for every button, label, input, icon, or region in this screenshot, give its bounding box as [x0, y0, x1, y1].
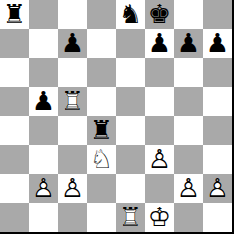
- square-f4[interactable]: [145, 116, 174, 145]
- square-e2[interactable]: [116, 174, 145, 203]
- black-piece-glyph: ♜: [87, 116, 116, 145]
- square-e4[interactable]: [116, 116, 145, 145]
- square-c3[interactable]: [58, 145, 87, 174]
- piece-white-pawn: ♟♙: [58, 174, 87, 203]
- square-b1[interactable]: [29, 203, 58, 232]
- square-e8[interactable]: ♞: [116, 0, 145, 29]
- square-d4[interactable]: ♜: [87, 116, 116, 145]
- piece-black-pawn: ♟: [174, 29, 203, 58]
- square-e7[interactable]: [116, 29, 145, 58]
- square-d8[interactable]: [87, 0, 116, 29]
- square-c5[interactable]: ♜♖: [58, 87, 87, 116]
- piece-black-pawn: ♟: [145, 29, 174, 58]
- square-h4[interactable]: [203, 116, 232, 145]
- square-a7[interactable]: [0, 29, 29, 58]
- square-h6[interactable]: [203, 58, 232, 87]
- square-h3[interactable]: [203, 145, 232, 174]
- square-d5[interactable]: [87, 87, 116, 116]
- square-d6[interactable]: [87, 58, 116, 87]
- square-a3[interactable]: [0, 145, 29, 174]
- black-piece-glyph: ♜: [0, 0, 29, 29]
- piece-black-knight: ♞: [116, 0, 145, 29]
- piece-black-pawn: ♟: [58, 29, 87, 58]
- white-piece-outline: ♙: [29, 174, 58, 203]
- white-piece-outline: ♙: [174, 174, 203, 203]
- square-c4[interactable]: [58, 116, 87, 145]
- white-piece-outline: ♙: [203, 174, 232, 203]
- square-c7[interactable]: ♟: [58, 29, 87, 58]
- square-f7[interactable]: ♟: [145, 29, 174, 58]
- square-f6[interactable]: [145, 58, 174, 87]
- piece-black-pawn: ♟: [203, 29, 232, 58]
- square-c6[interactable]: [58, 58, 87, 87]
- square-h1[interactable]: [203, 203, 232, 232]
- square-g4[interactable]: [174, 116, 203, 145]
- piece-black-king: ♚: [145, 0, 174, 29]
- square-e3[interactable]: [116, 145, 145, 174]
- square-f3[interactable]: ♟♙: [145, 145, 174, 174]
- piece-black-pawn: ♟: [29, 87, 58, 116]
- square-a1[interactable]: [0, 203, 29, 232]
- square-e6[interactable]: [116, 58, 145, 87]
- square-b7[interactable]: [29, 29, 58, 58]
- black-piece-glyph: ♞: [116, 0, 145, 29]
- square-e1[interactable]: ♜♖: [116, 203, 145, 232]
- black-piece-glyph: ♚: [145, 0, 174, 29]
- square-h7[interactable]: ♟: [203, 29, 232, 58]
- square-f8[interactable]: ♚: [145, 0, 174, 29]
- piece-white-pawn: ♟♙: [174, 174, 203, 203]
- square-a8[interactable]: ♜: [0, 0, 29, 29]
- piece-black-rook: ♜: [0, 0, 29, 29]
- square-f2[interactable]: [145, 174, 174, 203]
- square-f5[interactable]: [145, 87, 174, 116]
- white-piece-outline: ♙: [145, 145, 174, 174]
- square-d7[interactable]: [87, 29, 116, 58]
- white-piece-outline: ♖: [116, 203, 145, 232]
- square-c8[interactable]: [58, 0, 87, 29]
- square-g2[interactable]: ♟♙: [174, 174, 203, 203]
- square-h5[interactable]: [203, 87, 232, 116]
- square-d1[interactable]: [87, 203, 116, 232]
- black-piece-glyph: ♟: [145, 29, 174, 58]
- white-piece-outline: ♘: [87, 145, 116, 174]
- square-a5[interactable]: [0, 87, 29, 116]
- black-piece-glyph: ♟: [58, 29, 87, 58]
- square-g7[interactable]: ♟: [174, 29, 203, 58]
- square-f1[interactable]: ♚♔: [145, 203, 174, 232]
- square-h2[interactable]: ♟♙: [203, 174, 232, 203]
- square-b8[interactable]: [29, 0, 58, 29]
- piece-white-king: ♚♔: [145, 203, 174, 232]
- square-b6[interactable]: [29, 58, 58, 87]
- piece-white-pawn: ♟♙: [145, 145, 174, 174]
- square-g3[interactable]: [174, 145, 203, 174]
- piece-white-rook: ♜♖: [116, 203, 145, 232]
- square-g6[interactable]: [174, 58, 203, 87]
- piece-black-rook: ♜: [87, 116, 116, 145]
- square-e5[interactable]: [116, 87, 145, 116]
- square-a4[interactable]: [0, 116, 29, 145]
- square-a2[interactable]: [0, 174, 29, 203]
- square-d3[interactable]: ♞♘: [87, 145, 116, 174]
- square-b4[interactable]: [29, 116, 58, 145]
- piece-white-pawn: ♟♙: [29, 174, 58, 203]
- white-piece-outline: ♖: [58, 87, 87, 116]
- square-b3[interactable]: [29, 145, 58, 174]
- black-piece-glyph: ♟: [203, 29, 232, 58]
- square-g8[interactable]: [174, 0, 203, 29]
- square-b2[interactable]: ♟♙: [29, 174, 58, 203]
- square-d2[interactable]: [87, 174, 116, 203]
- piece-white-rook: ♜♖: [58, 87, 87, 116]
- black-piece-glyph: ♟: [174, 29, 203, 58]
- white-piece-outline: ♙: [58, 174, 87, 203]
- square-h8[interactable]: [203, 0, 232, 29]
- square-g5[interactable]: [174, 87, 203, 116]
- square-a6[interactable]: [0, 58, 29, 87]
- square-c1[interactable]: [58, 203, 87, 232]
- square-g1[interactable]: [174, 203, 203, 232]
- piece-white-pawn: ♟♙: [203, 174, 232, 203]
- piece-white-knight: ♞♘: [87, 145, 116, 174]
- chess-board: ♜♞♚♟♟♟♟♟♜♖♜♞♘♟♙♟♙♟♙♟♙♟♙♜♖♚♔: [0, 0, 234, 234]
- black-piece-glyph: ♟: [29, 87, 58, 116]
- square-c2[interactable]: ♟♙: [58, 174, 87, 203]
- white-piece-outline: ♔: [145, 203, 174, 232]
- square-b5[interactable]: ♟: [29, 87, 58, 116]
